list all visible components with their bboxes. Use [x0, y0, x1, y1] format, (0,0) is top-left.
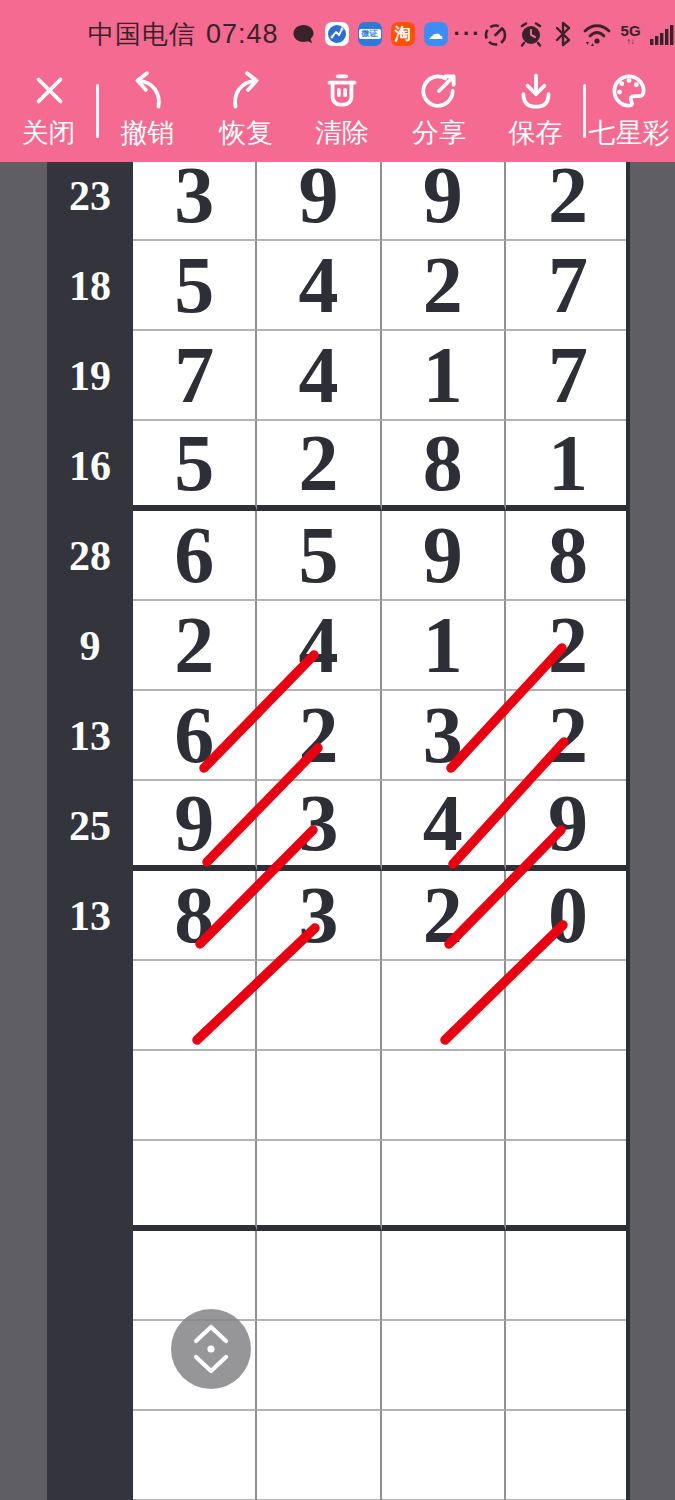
- grid-cell-r2c2[interactable]: 1: [382, 331, 506, 421]
- clock: 07:48: [206, 19, 279, 50]
- grid-cell-r13c3[interactable]: [506, 1321, 630, 1411]
- compass-app-icon: [325, 22, 349, 46]
- cloud-app-icon: ☁: [424, 22, 448, 46]
- row-sum-label: 25: [47, 781, 133, 871]
- row-sum-label: [47, 1141, 133, 1231]
- grid-cell-r12c3[interactable]: [506, 1231, 630, 1321]
- grid-cell-r14c1[interactable]: [257, 1411, 381, 1500]
- grid-cell-r3c2[interactable]: 8: [382, 421, 506, 511]
- palette-icon: [606, 68, 652, 114]
- grid-cell-r5c0[interactable]: 2: [133, 601, 257, 691]
- row-sum-label: 23: [47, 151, 133, 241]
- grid-cell-r8c0[interactable]: 8: [133, 871, 257, 961]
- system-status-icons: 5G ↑↓ 96: [482, 20, 675, 48]
- grid-cell-r11c1[interactable]: [257, 1141, 381, 1231]
- row-sum-label: 13: [47, 691, 133, 781]
- trash-icon: [319, 68, 365, 114]
- grid-cell-r3c1[interactable]: 2: [257, 421, 381, 511]
- row-sum-label: 28: [47, 511, 133, 601]
- scroll-up-down-button[interactable]: [171, 1309, 251, 1389]
- grid-cell-r5c3[interactable]: 2: [506, 601, 630, 691]
- row-sum-label: [47, 1411, 133, 1500]
- grid-cell-r4c1[interactable]: 5: [257, 511, 381, 601]
- grid-cell-r10c0[interactable]: [133, 1051, 257, 1141]
- grid-cell-r4c0[interactable]: 6: [133, 511, 257, 601]
- save-icon: [513, 68, 559, 114]
- grid-cell-r1c0[interactable]: 5: [133, 241, 257, 331]
- grid-cell-r7c2[interactable]: 4: [382, 781, 506, 871]
- grid-cell-r9c0[interactable]: [133, 961, 257, 1051]
- grid-cell-r14c3[interactable]: [506, 1411, 630, 1500]
- grid-cell-r11c2[interactable]: [382, 1141, 506, 1231]
- grid-cell-r10c1[interactable]: [257, 1051, 381, 1141]
- share-button[interactable]: 分享: [390, 62, 488, 162]
- grid-cell-r4c2[interactable]: 9: [382, 511, 506, 601]
- signal-bars-icon: [649, 21, 675, 47]
- grid-cell-r13c2[interactable]: [382, 1321, 506, 1411]
- toolbar-divider-left: [96, 84, 99, 138]
- status-bar: 中国电信 07:48 微证 淘 ☁ ···: [0, 0, 675, 60]
- undo-button[interactable]: 撤销: [97, 62, 198, 162]
- grid-cell-r6c1[interactable]: 2: [257, 691, 381, 781]
- grid-cell-r14c2[interactable]: [382, 1411, 506, 1500]
- close-icon: [26, 68, 72, 114]
- redo-icon: [223, 68, 269, 114]
- row-sum-label: 16: [47, 421, 133, 511]
- taobao-app-icon: 淘: [391, 22, 415, 46]
- grid-cell-r1c1[interactable]: 4: [257, 241, 381, 331]
- chat-bubble-icon: [291, 22, 316, 47]
- grid-cell-r9c2[interactable]: [382, 961, 506, 1051]
- row-sum-label: [47, 961, 133, 1051]
- clear-button[interactable]: 清除: [294, 62, 390, 162]
- row-sum-label: 13: [47, 871, 133, 961]
- bluetooth-icon: [553, 20, 573, 48]
- grid-cell-r5c1[interactable]: 4: [257, 601, 381, 691]
- grid-cell-r6c2[interactable]: 3: [382, 691, 506, 781]
- grid-cell-r5c2[interactable]: 1: [382, 601, 506, 691]
- share-label: 分享: [412, 115, 466, 151]
- carrier-label: 中国电信: [88, 17, 196, 52]
- grid-cell-r14c0[interactable]: [133, 1411, 257, 1500]
- grid-cell-r9c1[interactable]: [257, 961, 381, 1051]
- grid-cell-r0c0[interactable]: 3: [133, 151, 257, 241]
- save-button[interactable]: 保存: [488, 62, 583, 162]
- palette-label: 七星彩: [589, 115, 670, 151]
- grid-cell-r2c3[interactable]: 7: [506, 331, 630, 421]
- redo-label: 恢复: [219, 115, 273, 151]
- wifi-icon: [581, 20, 613, 48]
- grid-cell-r11c3[interactable]: [506, 1141, 630, 1231]
- grid-cell-r2c0[interactable]: 7: [133, 331, 257, 421]
- grid-cell-r10c3[interactable]: [506, 1051, 630, 1141]
- grid-cell-r0c1[interactable]: 9: [257, 151, 381, 241]
- grid-cell-r13c1[interactable]: [257, 1321, 381, 1411]
- grid-cell-r0c2[interactable]: 9: [382, 151, 506, 241]
- top-bar: 中国电信 07:48 微证 淘 ☁ ···: [0, 0, 675, 162]
- lottery-number-grid: 2339921854271974171652812865989241213623…: [47, 151, 630, 1500]
- notification-icons: 微证 淘 ☁: [291, 22, 448, 47]
- grid-cell-r1c3[interactable]: 7: [506, 241, 630, 331]
- grid-cell-r3c0[interactable]: 5: [133, 421, 257, 511]
- grid-cell-r7c3[interactable]: 9: [506, 781, 630, 871]
- grid-cell-r12c0[interactable]: [133, 1231, 257, 1321]
- row-sum-label: 18: [47, 241, 133, 331]
- grid-cell-r2c1[interactable]: 4: [257, 331, 381, 421]
- grid-cell-r12c1[interactable]: [257, 1231, 381, 1321]
- grid-cell-r6c3[interactable]: 2: [506, 691, 630, 781]
- grid-cell-r7c1[interactable]: 3: [257, 781, 381, 871]
- grid-outer-border: [626, 151, 630, 1500]
- close-label: 关闭: [22, 115, 76, 151]
- network-type-indicator: 5G ↑↓: [621, 23, 641, 46]
- grid-cell-r8c1[interactable]: 3: [257, 871, 381, 961]
- undo-label: 撤销: [121, 115, 175, 151]
- toolbar-divider-right: [583, 84, 586, 138]
- grid-cell-r11c0[interactable]: [133, 1141, 257, 1231]
- row-sum-label: 9: [47, 601, 133, 691]
- data-saver-icon: [482, 21, 509, 48]
- alarm-clock-icon: [517, 20, 545, 48]
- scroll-chevrons-icon: [171, 1309, 251, 1389]
- grid-cell-r7c0[interactable]: 9: [133, 781, 257, 871]
- blue-mini-app-icon: 微证: [358, 22, 382, 46]
- undo-icon: [125, 68, 171, 114]
- grid-cell-r8c3[interactable]: 0: [506, 871, 630, 961]
- grid-cell-r9c3[interactable]: [506, 961, 630, 1051]
- grid-cell-r0c3[interactable]: 2: [506, 151, 630, 241]
- row-sum-label: [47, 1051, 133, 1141]
- row-sum-label: [47, 1231, 133, 1321]
- more-notifications-dots: ···: [454, 21, 482, 47]
- share-icon: [416, 68, 462, 114]
- grid-cell-r10c2[interactable]: [382, 1051, 506, 1141]
- clear-label: 清除: [315, 115, 369, 151]
- grid-cell-r6c0[interactable]: 6: [133, 691, 257, 781]
- toolbar: 关闭 撤销 恢复 清除: [0, 60, 675, 162]
- grid-cell-r4c3[interactable]: 8: [506, 511, 630, 601]
- grid-cell-r3c3[interactable]: 1: [506, 421, 630, 511]
- grid-cell-r8c2[interactable]: 2: [382, 871, 506, 961]
- grid-cell-r12c2[interactable]: [382, 1231, 506, 1321]
- grid-cell-r1c2[interactable]: 2: [382, 241, 506, 331]
- row-sum-label: 19: [47, 331, 133, 421]
- palette-button[interactable]: 七星彩: [583, 62, 675, 162]
- close-button[interactable]: 关闭: [0, 62, 97, 162]
- row-sum-label: [47, 1321, 133, 1411]
- redo-button[interactable]: 恢复: [198, 62, 294, 162]
- save-label: 保存: [509, 115, 563, 151]
